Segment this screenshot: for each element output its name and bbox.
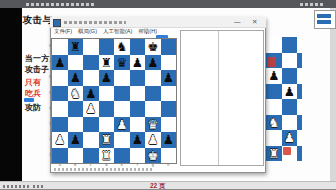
- slide-body-line: 当一方: [25, 53, 49, 64]
- red-annotation: [283, 147, 291, 155]
- diagram-square: [297, 99, 302, 115]
- piece-black-rook: ♜: [70, 39, 81, 55]
- close-button[interactable]: ✕: [252, 18, 257, 26]
- square-g2[interactable]: ♟: [145, 132, 161, 148]
- piece-black-knight: ♞: [116, 39, 127, 55]
- slide-body-line: 吃兵: [25, 88, 41, 99]
- square-a8[interactable]: [52, 39, 68, 55]
- square-e5[interactable]: [114, 86, 130, 102]
- diagram-square: ♟: [282, 84, 298, 100]
- square-c7[interactable]: [83, 55, 99, 71]
- menu-bar: 文件(F)棋局(G)人工智能(A)帮助(H): [54, 28, 157, 35]
- os-window-controls-smudge[interactable]: [300, 3, 324, 6]
- piece-white-pawn: ♟: [147, 132, 158, 148]
- square-b7[interactable]: [68, 55, 84, 71]
- square-b8[interactable]: ♜: [68, 39, 84, 55]
- square-g4[interactable]: [145, 101, 161, 117]
- square-c5[interactable]: ♟: [83, 86, 99, 102]
- file-labels: abcdefgh: [52, 163, 176, 167]
- diagram-square: [266, 99, 282, 115]
- piece-black-pawn: ♟: [163, 132, 174, 148]
- square-a6[interactable]: [52, 70, 68, 86]
- square-h2[interactable]: ♟: [161, 132, 177, 148]
- minimize-button[interactable]: —: [234, 18, 241, 26]
- slide-highlight-chip: [24, 98, 34, 102]
- piece-black-pawn: ♟: [85, 86, 96, 102]
- square-d5[interactable]: [99, 86, 115, 102]
- square-f3[interactable]: [130, 117, 146, 133]
- piece-black-pawn: ♟: [101, 70, 112, 86]
- square-h8[interactable]: [161, 39, 177, 55]
- thumbnail-content: [317, 14, 331, 18]
- rank-label: 6: [48, 70, 51, 86]
- file-label: h: [161, 163, 177, 167]
- menu-item[interactable]: 文件(F): [54, 28, 72, 35]
- square-d2[interactable]: ♜: [99, 132, 115, 148]
- square-h7[interactable]: [161, 55, 177, 71]
- diagram-square: [282, 68, 298, 84]
- thumbnail-content: [317, 20, 331, 24]
- piece-black-pawn: ♟: [70, 70, 81, 86]
- square-d6[interactable]: ♟: [99, 70, 115, 86]
- square-e1[interactable]: [114, 148, 130, 164]
- chess-window-title-smudge: [64, 21, 126, 24]
- status-bar[interactable]: [0, 181, 336, 189]
- diagram-square: ♟: [282, 130, 298, 146]
- diagram-square: [282, 99, 298, 115]
- square-a1[interactable]: [52, 148, 68, 164]
- file-label: d: [99, 163, 115, 167]
- menu-item[interactable]: 人工智能(A): [103, 28, 132, 35]
- square-e3[interactable]: ♟: [114, 117, 130, 133]
- piece-black-pawn: ♟: [268, 68, 279, 84]
- piece-black-pawn: ♟: [147, 55, 158, 71]
- piece-white-knight: ♞: [70, 86, 81, 102]
- os-titlebar[interactable]: [0, 0, 336, 8]
- rank-label: 1: [48, 148, 51, 164]
- diagram-square: [297, 84, 302, 100]
- slide-body-line: 攻击子: [25, 64, 49, 75]
- diagram-square: [297, 146, 302, 162]
- rank-label: 5: [48, 86, 51, 102]
- square-b2[interactable]: ♟: [68, 132, 84, 148]
- square-f5[interactable]: [130, 86, 146, 102]
- diagram-square: [282, 37, 298, 53]
- diagram-square: [266, 130, 282, 146]
- square-d8[interactable]: [99, 39, 115, 55]
- square-h6[interactable]: ♟: [161, 70, 177, 86]
- diagram-square: [266, 37, 282, 53]
- diagram-square: [282, 115, 298, 131]
- piece-white-rook: ♜: [268, 146, 279, 162]
- rank-label: 8: [48, 39, 51, 55]
- square-a7[interactable]: ♟: [52, 55, 68, 71]
- square-g1[interactable]: ♚: [145, 148, 161, 164]
- piece-black-pawn: ♟: [132, 55, 143, 71]
- square-d1[interactable]: ♜: [99, 148, 115, 164]
- square-c2[interactable]: [83, 132, 99, 148]
- square-g7[interactable]: ♟: [145, 55, 161, 71]
- square-b1[interactable]: [68, 148, 84, 164]
- piece-black-pawn: ♟: [54, 55, 65, 71]
- piece-white-pawn: ♟: [116, 117, 127, 133]
- diagram-square: ♜: [266, 146, 282, 162]
- move-list-panel[interactable]: [180, 30, 264, 166]
- page-indicator: 22 页: [150, 182, 166, 190]
- window-status-text-smudge: [54, 168, 154, 171]
- square-d4[interactable]: [99, 101, 115, 117]
- square-h4[interactable]: [161, 101, 177, 117]
- square-e4[interactable]: [114, 101, 130, 117]
- square-f1[interactable]: [130, 148, 146, 164]
- diagram-square: [297, 68, 302, 84]
- slide-diagram-strip: ♟♟♞♟♜: [266, 37, 302, 161]
- diagram-square: [282, 53, 298, 69]
- file-label: c: [83, 163, 99, 167]
- rank-label: 4: [48, 101, 51, 117]
- diagram-square: ♟: [266, 68, 282, 84]
- panel-divider: [218, 31, 219, 165]
- piece-black-pawn: ♟: [163, 70, 174, 86]
- square-f4[interactable]: [130, 101, 146, 117]
- square-c4[interactable]: ♟: [83, 101, 99, 117]
- statusbar-left-smudge[interactable]: [3, 185, 29, 188]
- rank-label: 3: [48, 117, 51, 133]
- square-a5[interactable]: [52, 86, 68, 102]
- square-h3[interactable]: [161, 117, 177, 133]
- square-e6[interactable]: [114, 70, 130, 86]
- rank-labels: 87654321: [48, 39, 51, 163]
- square-a2[interactable]: ♟: [52, 132, 68, 148]
- piece-white-knight: ♞: [268, 115, 279, 131]
- square-b4[interactable]: [68, 101, 84, 117]
- piece-white-pawn: ♟: [284, 130, 295, 146]
- file-label: e: [114, 163, 130, 167]
- square-c3[interactable]: [83, 117, 99, 133]
- chess-board: ♜♞♚♟♜♛♟♟♟♟♟♞♟♟♟♛♟♟♜♟♟♟♜♚: [52, 39, 176, 163]
- square-b3[interactable]: [68, 117, 84, 133]
- side-diagram-grid: ♟♟♞♟♜: [266, 37, 302, 161]
- file-label: b: [68, 163, 84, 167]
- square-e8[interactable]: ♞: [114, 39, 130, 55]
- piece-white-king: ♚: [147, 148, 158, 164]
- square-g3[interactable]: ♛: [145, 117, 161, 133]
- diagram-square: [266, 84, 282, 100]
- menu-item[interactable]: 棋局(G): [78, 28, 97, 35]
- slide-body-line: 攻防: [25, 102, 41, 113]
- square-c8[interactable]: [83, 39, 99, 55]
- square-g8[interactable]: ♚: [145, 39, 161, 55]
- square-e7[interactable]: ♛: [114, 55, 130, 71]
- square-h1[interactable]: [161, 148, 177, 164]
- piece-white-queen: ♛: [147, 117, 158, 133]
- square-c6[interactable]: [83, 70, 99, 86]
- square-f8[interactable]: [130, 39, 146, 55]
- piece-white-pawn: ♟: [85, 101, 96, 117]
- menu-item[interactable]: 帮助(H): [138, 28, 157, 35]
- piece-white-rook: ♜: [101, 132, 112, 148]
- screen: 攻击与 当一方攻击子只有吃兵攻防 ♟♟♞♟♜ — ✕ 文件(F)棋局(G)人工智…: [0, 0, 336, 189]
- square-a3[interactable]: [52, 117, 68, 133]
- piece-black-king: ♚: [147, 39, 158, 55]
- chess-app-icon: [53, 19, 61, 27]
- file-label: g: [145, 163, 161, 167]
- os-title-text-smudge: [26, 3, 96, 6]
- slide-body-line: 只有: [25, 77, 41, 88]
- file-label: f: [130, 163, 146, 167]
- square-f6[interactable]: [130, 70, 146, 86]
- square-f2[interactable]: ♟: [130, 132, 146, 148]
- square-d7[interactable]: ♜: [99, 55, 115, 71]
- rank-label: 2: [48, 132, 51, 148]
- square-h5[interactable]: [161, 86, 177, 102]
- right-gray-strip: [330, 8, 336, 181]
- piece-white-rook: ♜: [101, 148, 112, 164]
- diagram-square: [297, 130, 302, 146]
- piece-black-rook: ♜: [101, 55, 112, 71]
- rank-label: 7: [48, 55, 51, 71]
- square-c1[interactable]: [83, 148, 99, 164]
- slide-thumbnail[interactable]: [314, 10, 336, 29]
- left-black-panel: [0, 8, 22, 181]
- file-label: a: [52, 163, 68, 167]
- piece-white-pawn: ♟: [54, 132, 65, 148]
- square-f7[interactable]: ♟: [130, 55, 146, 71]
- piece-black-pawn: ♟: [132, 132, 143, 148]
- red-annotation: [267, 57, 276, 67]
- diagram-square: [297, 37, 302, 53]
- square-d3[interactable]: [99, 117, 115, 133]
- statusbar-left-smudge[interactable]: [33, 185, 43, 188]
- piece-black-pawn: ♟: [70, 132, 81, 148]
- square-a4[interactable]: [52, 101, 68, 117]
- square-b6[interactable]: ♟: [68, 70, 84, 86]
- diagram-square: ♞: [266, 115, 282, 131]
- piece-black-queen: ♛: [116, 55, 127, 71]
- square-g5[interactable]: [145, 86, 161, 102]
- piece-black-pawn: ♟: [284, 84, 295, 100]
- square-g6[interactable]: [145, 70, 161, 86]
- diagram-square: [297, 53, 302, 69]
- diagram-square: [297, 115, 302, 131]
- square-e2[interactable]: [114, 132, 130, 148]
- square-b5[interactable]: ♞: [68, 86, 84, 102]
- slide-title: 攻击与: [23, 14, 53, 27]
